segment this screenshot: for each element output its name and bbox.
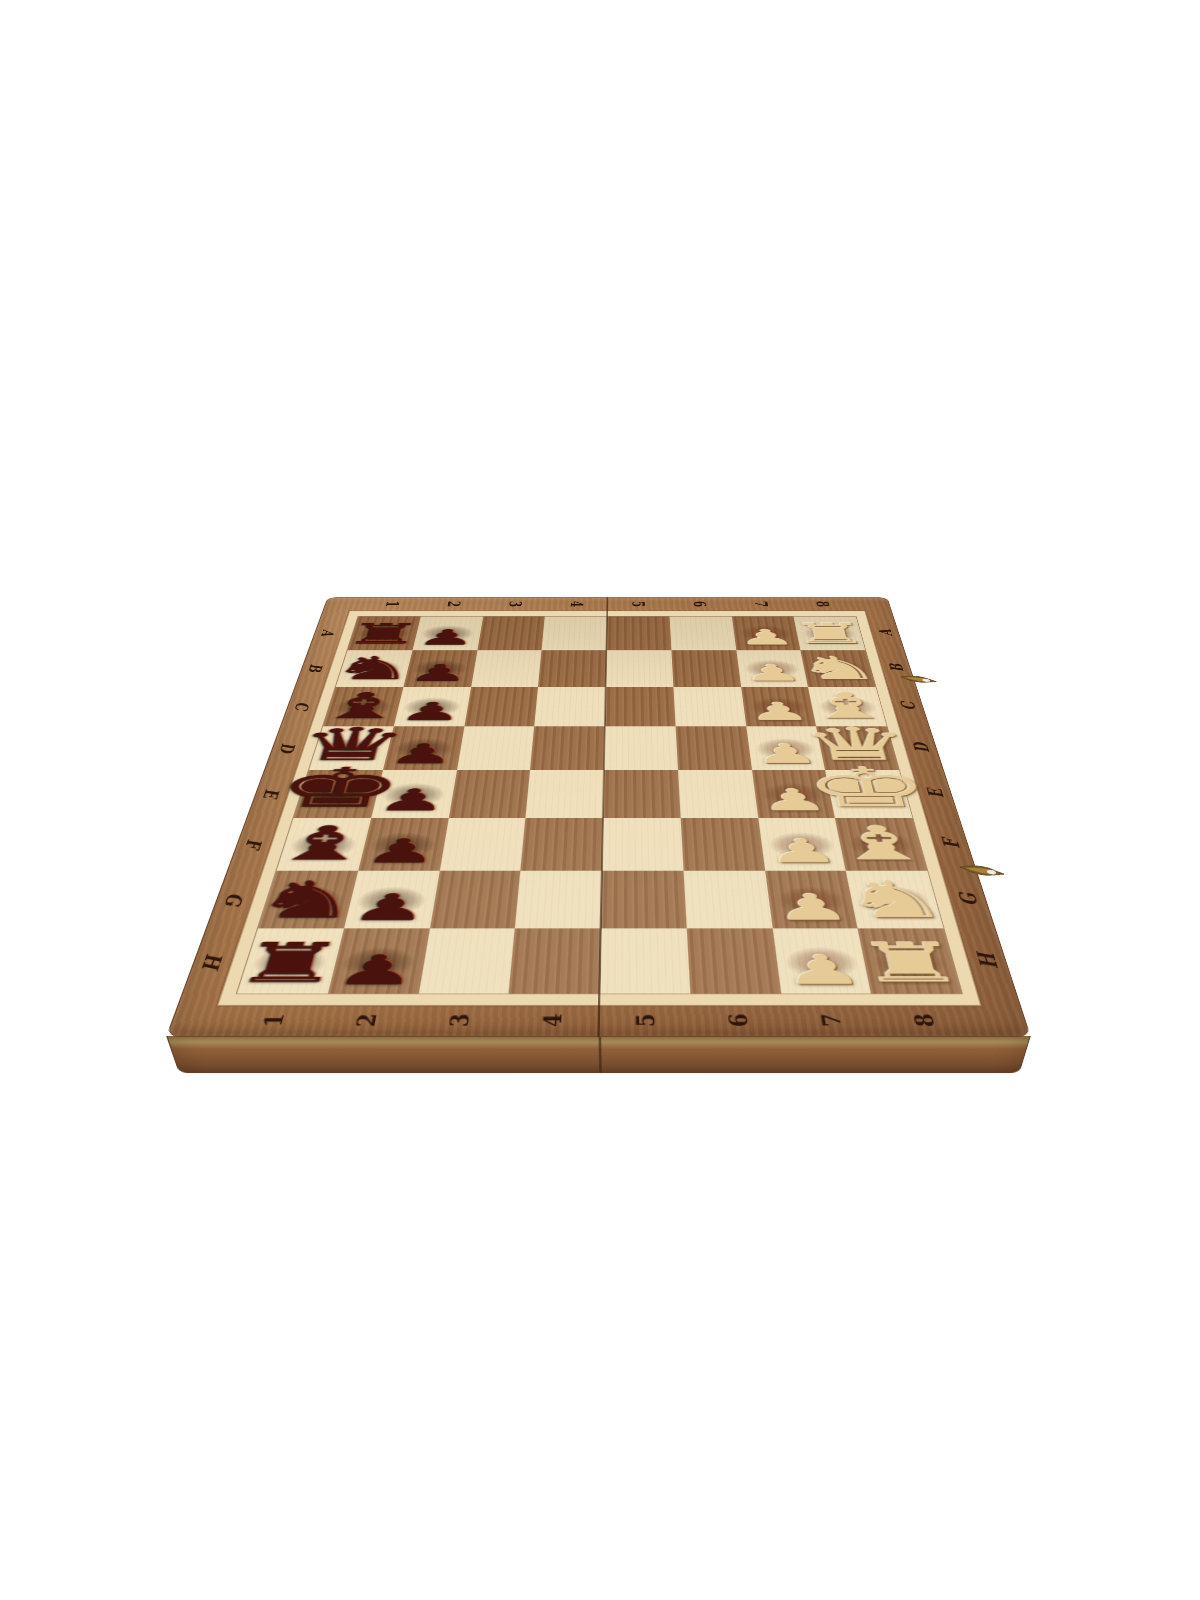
square-h7 xyxy=(772,929,871,994)
square-a3 xyxy=(477,617,545,651)
piece-dark-knight-b1: ♞ xyxy=(327,653,419,683)
square-c5 xyxy=(605,687,675,727)
piece-anchor-a8: ♜ xyxy=(794,616,866,650)
square-f3 xyxy=(439,818,525,871)
square-c6 xyxy=(673,687,746,727)
square-h3 xyxy=(418,929,515,994)
square-a5 xyxy=(606,617,671,651)
square-g1 xyxy=(258,870,358,928)
back-rank-label-3: 3 xyxy=(505,599,526,609)
perspective-stage: 11AA22BB33CC44DD55EE66FF77GG88HH xyxy=(0,0,1200,1600)
piece-light-rook-a8: ♜ xyxy=(788,620,872,647)
square-b5 xyxy=(606,650,673,687)
square-g3 xyxy=(429,870,520,928)
back-rank-label-2: 2 xyxy=(443,599,465,609)
back-rank-label-6: 6 xyxy=(689,599,710,609)
back-rank-label-8: 8 xyxy=(811,599,833,609)
square-c3 xyxy=(464,687,538,727)
back-rank-label-4: 4 xyxy=(566,599,587,609)
right-file-label-a: A xyxy=(872,627,898,639)
left-file-label-a: A xyxy=(315,627,342,639)
square-e6 xyxy=(678,770,758,818)
square-e3 xyxy=(448,770,530,818)
square-h4 xyxy=(509,929,601,994)
square-f4 xyxy=(521,818,603,871)
fold-seam-front xyxy=(599,1036,602,1073)
square-a6 xyxy=(669,617,736,651)
square-g7 xyxy=(765,870,858,928)
piece-light-knight-b8: ♞ xyxy=(793,653,884,683)
square-g8 xyxy=(846,870,944,928)
square-g4 xyxy=(515,870,602,928)
square-f5 xyxy=(602,818,683,871)
chess-set-photo: 11AA22BB33CC44DD55EE66FF77GG88HH xyxy=(0,0,1200,1600)
piece-dark-rook-a1: ♜ xyxy=(341,620,426,647)
square-d5 xyxy=(604,727,678,770)
square-d3 xyxy=(457,727,535,770)
square-h1 xyxy=(237,929,344,994)
square-b4 xyxy=(538,650,606,687)
square-g2 xyxy=(344,870,440,928)
square-a4 xyxy=(542,617,607,651)
square-h8 xyxy=(858,929,962,994)
square-d4 xyxy=(530,727,605,770)
piece-light-pawn-b7: ♟ xyxy=(741,662,804,684)
back-rank-label-1: 1 xyxy=(381,599,404,609)
piece-anchor-a1: ♜ xyxy=(347,616,420,650)
piece-dark-pawn-b2: ♟ xyxy=(407,662,471,684)
board-tilt-plane: 11AA22BB33CC44DD55EE66FF77GG88HH xyxy=(166,597,1032,1037)
box-front-face xyxy=(166,1036,1031,1073)
square-c4 xyxy=(534,687,605,727)
right-file-label-b: B xyxy=(883,661,910,674)
square-h6 xyxy=(686,929,780,994)
square-e5 xyxy=(603,770,680,818)
left-file-label-b: B xyxy=(302,661,330,674)
square-g6 xyxy=(683,870,772,928)
right-file-label-c: C xyxy=(894,699,923,713)
back-rank-label-5: 5 xyxy=(628,599,648,609)
square-h5 xyxy=(599,929,690,994)
square-e4 xyxy=(526,770,604,818)
piece-anchor-b8: ♞ xyxy=(801,650,876,687)
square-f6 xyxy=(680,818,764,871)
piece-light-pawn-a7: ♟ xyxy=(737,627,798,647)
square-h2 xyxy=(328,929,430,994)
piece-dark-pawn-a2: ♟ xyxy=(416,627,478,647)
piece-anchor-b1: ♞ xyxy=(335,650,412,687)
square-b6 xyxy=(671,650,740,687)
back-rank-label-7: 7 xyxy=(750,599,772,609)
square-g5 xyxy=(601,870,687,928)
square-d6 xyxy=(675,727,751,770)
left-file-label-c: C xyxy=(288,699,317,713)
board: 11AA22BB33CC44DD55EE66FF77GG88HH xyxy=(166,597,1032,1037)
square-b3 xyxy=(471,650,542,687)
